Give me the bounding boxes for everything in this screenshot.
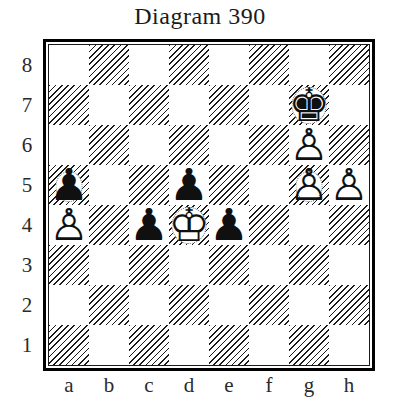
square-b1 bbox=[89, 325, 129, 365]
square-a7 bbox=[49, 85, 89, 125]
square-e8 bbox=[209, 45, 249, 85]
file-label-b: b bbox=[89, 372, 129, 398]
square-g1 bbox=[289, 325, 329, 365]
piece-white-pawn-g5: ♙ bbox=[289, 163, 328, 207]
rank-labels: 87654321 bbox=[16, 45, 38, 365]
rank-label-6: 6 bbox=[16, 125, 38, 165]
piece-white-pawn-a4: ♙ bbox=[49, 203, 88, 247]
square-f8 bbox=[249, 45, 289, 85]
rank-label-8: 8 bbox=[16, 45, 38, 85]
square-h5: ♙ bbox=[329, 165, 369, 205]
square-h3 bbox=[329, 245, 369, 285]
square-g2 bbox=[289, 285, 329, 325]
square-b2 bbox=[89, 285, 129, 325]
file-label-g: g bbox=[289, 372, 329, 398]
square-d2 bbox=[169, 285, 209, 325]
square-b7 bbox=[89, 85, 129, 125]
diagram-page: Diagram 390 87654321 ♚♙♟♟♙♙♙♟♔♟ abcdefgh bbox=[0, 0, 400, 400]
rank-label-4: 4 bbox=[16, 205, 38, 245]
square-b3 bbox=[89, 245, 129, 285]
square-f1 bbox=[249, 325, 289, 365]
square-e4: ♟ bbox=[209, 205, 249, 245]
square-e2 bbox=[209, 285, 249, 325]
square-b5 bbox=[89, 165, 129, 205]
square-h7 bbox=[329, 85, 369, 125]
file-label-e: e bbox=[209, 372, 249, 398]
square-a1 bbox=[49, 325, 89, 365]
square-h1 bbox=[329, 325, 369, 365]
square-h2 bbox=[329, 285, 369, 325]
board-inner-border: ♚♙♟♟♙♙♙♟♔♟ bbox=[48, 44, 370, 366]
square-e1 bbox=[209, 325, 249, 365]
square-c2 bbox=[129, 285, 169, 325]
square-c3 bbox=[129, 245, 169, 285]
chess-board: ♚♙♟♟♙♙♙♟♔♟ bbox=[43, 39, 375, 371]
file-label-d: d bbox=[169, 372, 209, 398]
piece-white-king-d4: ♔ bbox=[168, 202, 209, 248]
square-d1 bbox=[169, 325, 209, 365]
file-label-c: c bbox=[129, 372, 169, 398]
square-a2 bbox=[49, 285, 89, 325]
square-f6 bbox=[249, 125, 289, 165]
square-e3 bbox=[209, 245, 249, 285]
piece-white-pawn-h5: ♙ bbox=[329, 163, 368, 207]
board-grid: ♚♙♟♟♙♙♙♟♔♟ bbox=[49, 45, 369, 365]
square-a8 bbox=[49, 45, 89, 85]
file-label-a: a bbox=[49, 372, 89, 398]
square-b8 bbox=[89, 45, 129, 85]
square-g4 bbox=[289, 205, 329, 245]
square-a4: ♙ bbox=[49, 205, 89, 245]
square-b6 bbox=[89, 125, 129, 165]
square-g3 bbox=[289, 245, 329, 285]
file-label-f: f bbox=[249, 372, 289, 398]
square-b4 bbox=[89, 205, 129, 245]
piece-black-pawn-c4: ♟ bbox=[129, 203, 168, 247]
square-h4 bbox=[329, 205, 369, 245]
square-e7 bbox=[209, 85, 249, 125]
square-f5 bbox=[249, 165, 289, 205]
square-c6 bbox=[129, 125, 169, 165]
square-d8 bbox=[169, 45, 209, 85]
rank-label-7: 7 bbox=[16, 85, 38, 125]
rank-label-5: 5 bbox=[16, 165, 38, 205]
square-c4: ♟ bbox=[129, 205, 169, 245]
square-h8 bbox=[329, 45, 369, 85]
file-label-h: h bbox=[329, 372, 369, 398]
file-labels: abcdefgh bbox=[49, 372, 369, 398]
rank-label-2: 2 bbox=[16, 285, 38, 325]
rank-label-3: 3 bbox=[16, 245, 38, 285]
square-c8 bbox=[129, 45, 169, 85]
square-g5: ♙ bbox=[289, 165, 329, 205]
square-c7 bbox=[129, 85, 169, 125]
diagram-title: Diagram 390 bbox=[0, 3, 400, 30]
square-e6 bbox=[209, 125, 249, 165]
square-f2 bbox=[249, 285, 289, 325]
square-f3 bbox=[249, 245, 289, 285]
square-a3 bbox=[49, 245, 89, 285]
square-c1 bbox=[129, 325, 169, 365]
square-d7 bbox=[169, 85, 209, 125]
square-f4 bbox=[249, 205, 289, 245]
square-d4: ♔ bbox=[169, 205, 209, 245]
square-f7 bbox=[249, 85, 289, 125]
rank-label-1: 1 bbox=[16, 325, 38, 365]
piece-black-pawn-e4: ♟ bbox=[209, 203, 248, 247]
